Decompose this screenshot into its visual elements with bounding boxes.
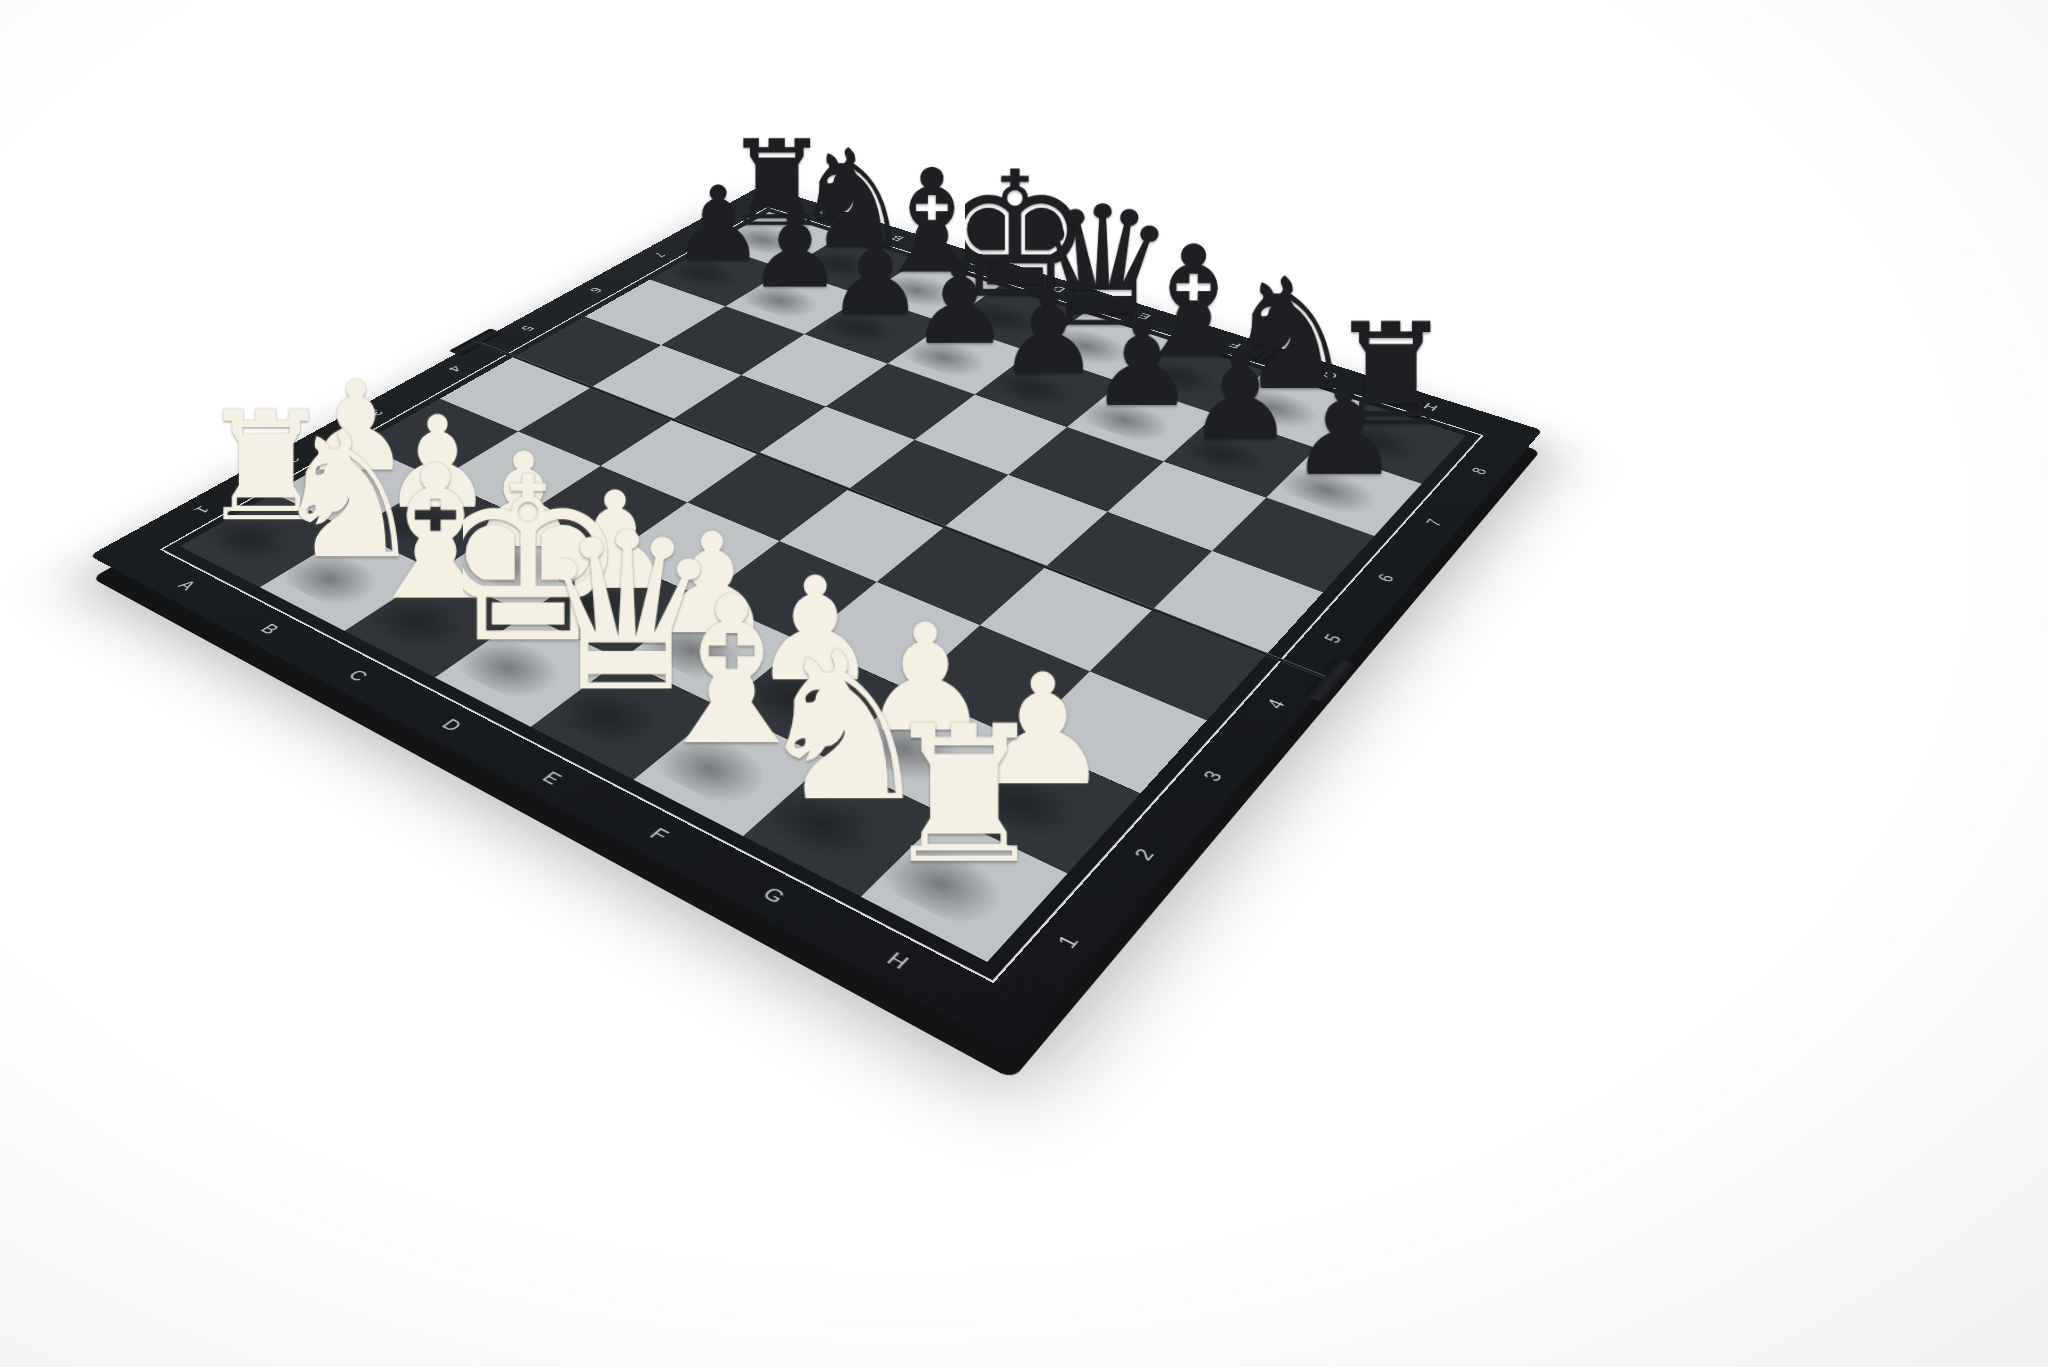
pawn-glyph: ♟: [1289, 373, 1400, 491]
square-h4[interactable]: [1090, 609, 1268, 721]
board-frame: ABCDEFGH ABCDEFGH 87654321 87654321 ♜♞♝♚…: [89, 185, 1542, 1051]
chessboard: ABCDEFGH ABCDEFGH 87654321 87654321 ♜♞♝♚…: [89, 185, 1542, 1051]
rook-glyph: ♜: [880, 705, 1050, 885]
white-rook-h1[interactable]: ♜: [890, 696, 1039, 885]
chessboard-scene: ABCDEFGH ABCDEFGH 87654321 87654321 ♜♞♝♚…: [0, 0, 2048, 1367]
board-inner-line: ♜♞♝♚♛♝♞♜♟♟♟♟♟♟♟♟♟♟♟♟♟♟♟♟♜♞♝♚♛♝♞♜: [160, 207, 1484, 983]
square-h1[interactable]: ♜: [861, 815, 1068, 962]
black-pawn-h7[interactable]: ♟: [1287, 367, 1402, 491]
board-grid: ♜♞♝♚♛♝♞♜♟♟♟♟♟♟♟♟♟♟♟♟♟♟♟♟♜♞♝♚♛♝♞♜: [180, 212, 1466, 962]
photo-canvas: { "game": "chess", "position": { "fen": …: [0, 0, 2048, 1367]
